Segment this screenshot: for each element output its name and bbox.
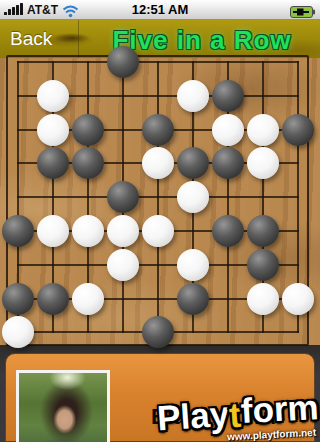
nav-divider <box>78 20 79 58</box>
player-avatar-photo <box>16 370 110 442</box>
white-stone <box>282 283 314 315</box>
battery-charging-icon <box>290 4 315 16</box>
iphone-screen: AT&T 12:51 AM Back Five in a Row <box>0 0 320 442</box>
white-stone <box>37 215 69 247</box>
white-stone <box>72 283 104 315</box>
black-stone <box>282 114 314 146</box>
white-stone <box>247 283 279 315</box>
white-stone <box>212 114 244 146</box>
black-stone <box>2 215 34 247</box>
turn-status-label: Black's turn <box>151 404 276 430</box>
gomoku-board[interactable] <box>0 58 320 345</box>
clock-label: 12:51 AM <box>0 0 320 20</box>
bottom-section: Black's turn <box>0 345 320 442</box>
white-stone <box>37 80 69 112</box>
white-stone <box>107 249 139 281</box>
black-stone <box>247 215 279 247</box>
white-stone <box>142 215 174 247</box>
board-grid-line-horizontal <box>17 61 299 63</box>
back-button[interactable]: Back <box>10 20 52 58</box>
white-stone <box>37 114 69 146</box>
black-stone <box>2 283 34 315</box>
status-bar: AT&T 12:51 AM <box>0 0 320 20</box>
black-stone <box>72 114 104 146</box>
black-stone <box>177 283 209 315</box>
black-stone <box>212 80 244 112</box>
navigation-bar: Back Five in a Row <box>0 20 320 58</box>
black-stone <box>247 249 279 281</box>
white-stone <box>72 215 104 247</box>
board-grid-line-horizontal <box>17 196 299 198</box>
black-stone <box>107 181 139 213</box>
black-stone <box>107 46 139 78</box>
white-stone <box>177 249 209 281</box>
white-stone <box>177 80 209 112</box>
player-panel: Black's turn <box>5 353 315 442</box>
black-stone <box>212 215 244 247</box>
black-stone <box>37 283 69 315</box>
white-stone <box>247 114 279 146</box>
white-stone <box>107 215 139 247</box>
white-stone <box>177 181 209 213</box>
black-stone <box>142 114 174 146</box>
